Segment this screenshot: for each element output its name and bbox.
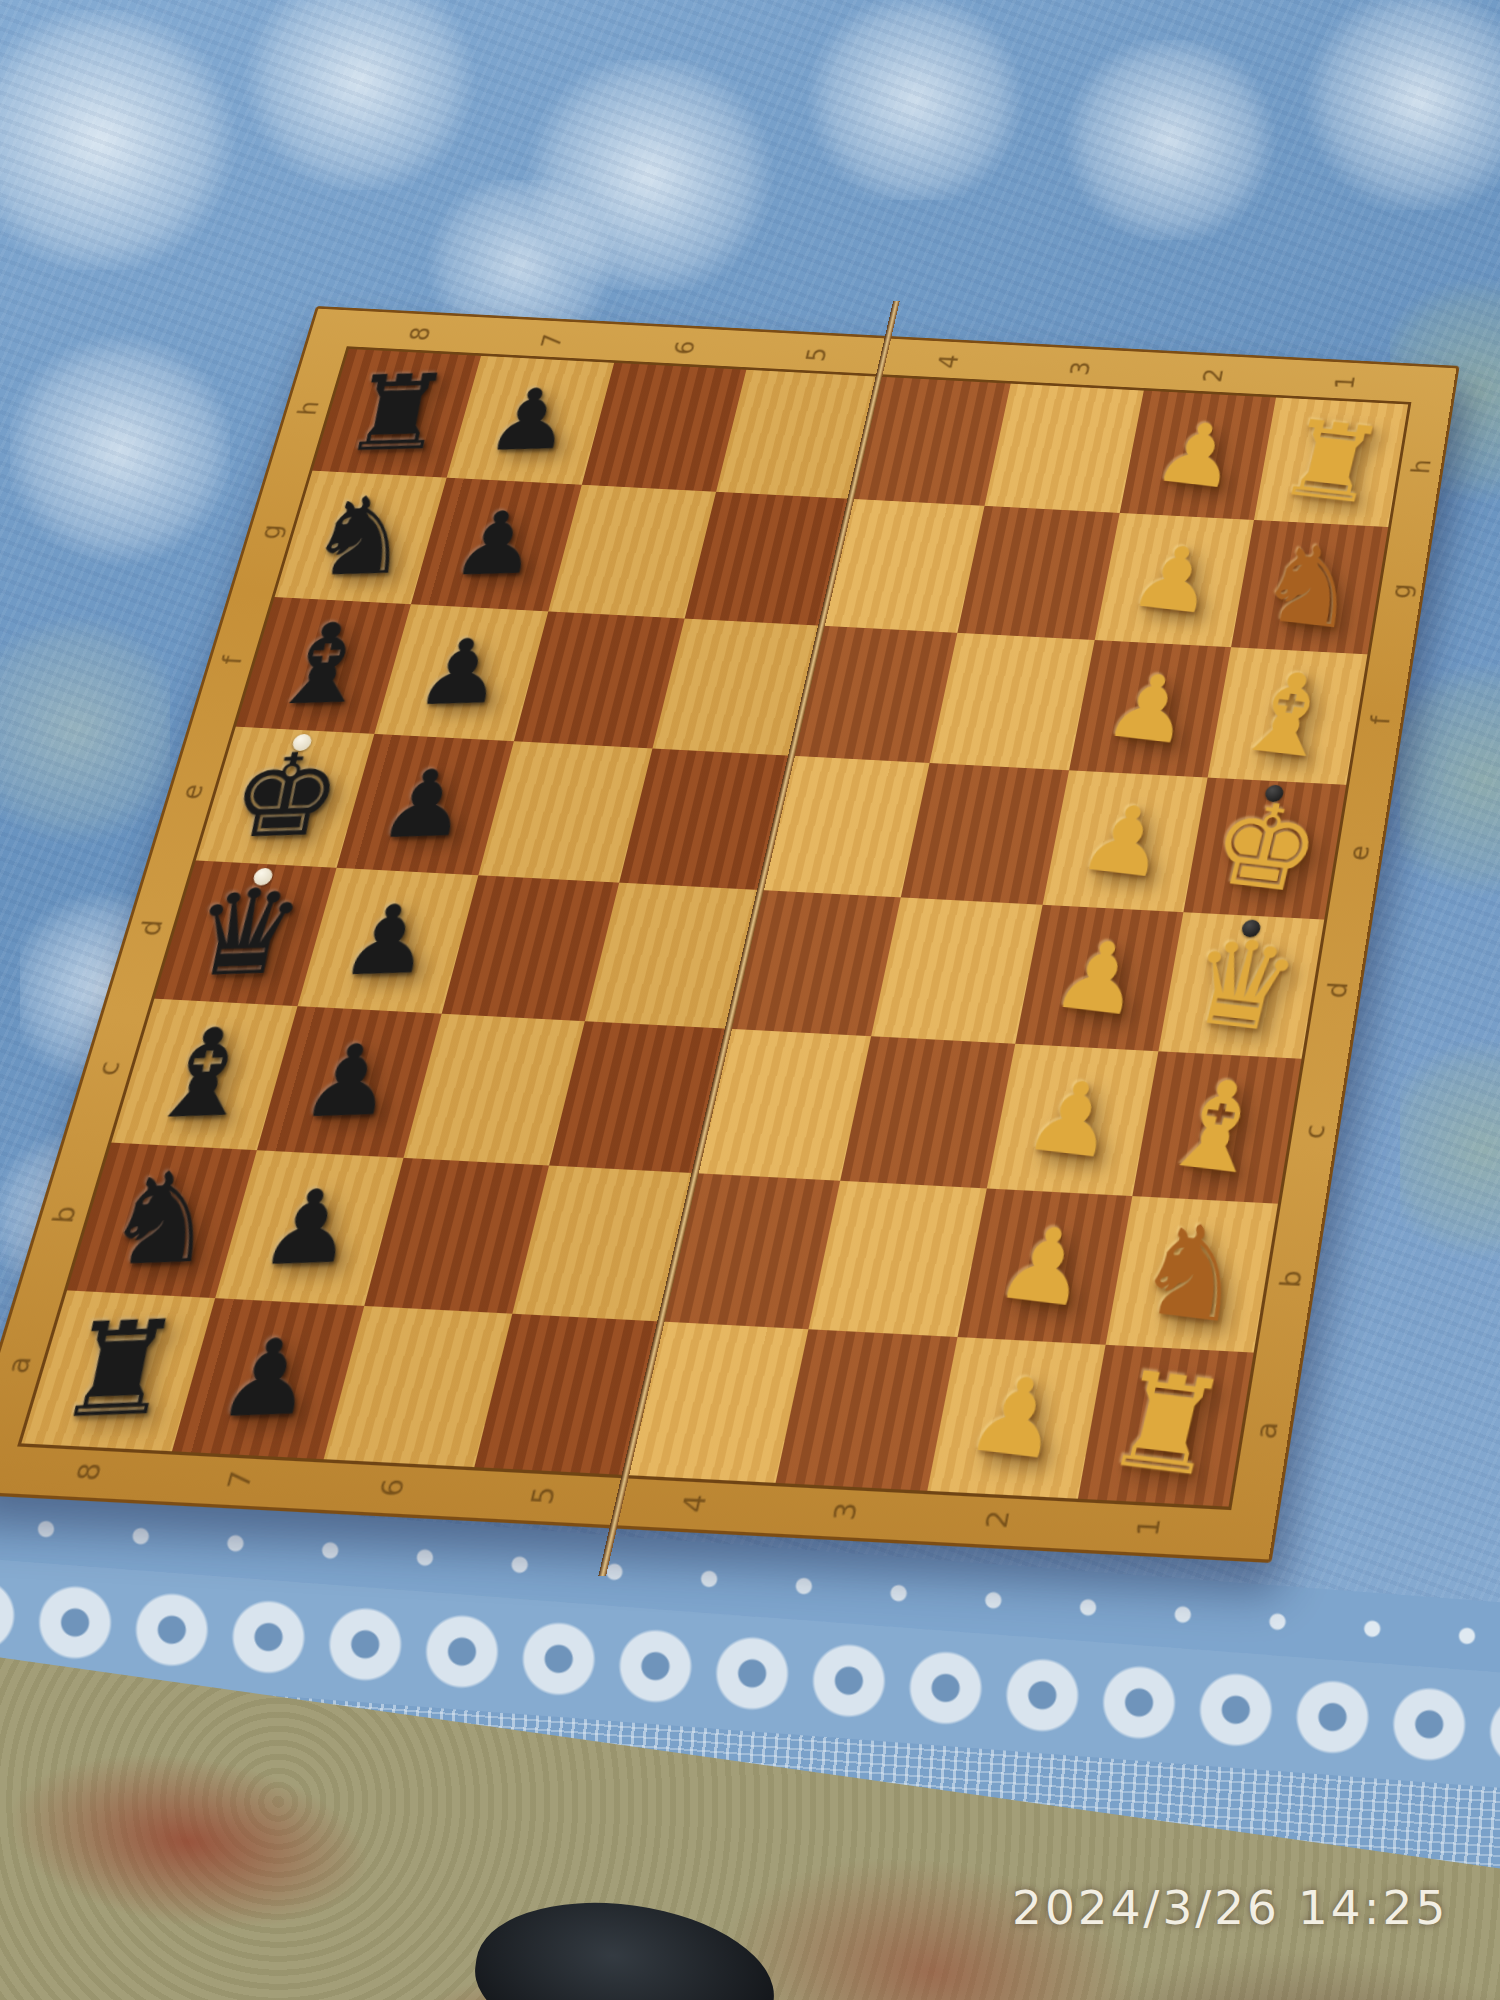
piece-white-pawn-a2[interactable]: ♟ (927, 1337, 1106, 1499)
rook-glyph: ♜ (1268, 405, 1394, 520)
square-a2[interactable]: ♟ (927, 1337, 1106, 1499)
piece-white-pawn-d2[interactable]: ♟ (1015, 905, 1183, 1052)
pawn-glyph: ♟ (481, 377, 579, 463)
pawn-glyph: ♟ (1016, 1065, 1129, 1174)
piece-white-king-e1[interactable]: ♚ (1183, 777, 1346, 919)
piece-white-rook-h1[interactable]: ♜ (1254, 398, 1408, 528)
knight-glyph: ♞ (298, 482, 424, 592)
square-c2[interactable]: ♟ (986, 1044, 1158, 1196)
rook-glyph: ♜ (335, 360, 459, 467)
piece-white-pawn-e2[interactable]: ♟ (1042, 770, 1207, 912)
pawn-glyph: ♟ (212, 1324, 326, 1433)
pawn-glyph: ♟ (1071, 790, 1180, 892)
piece-white-pawn-h2[interactable]: ♟ (1119, 391, 1276, 521)
square-d3[interactable] (871, 897, 1042, 1044)
square-d2[interactable]: ♟ (1015, 905, 1183, 1052)
piece-white-pawn-b2[interactable]: ♟ (957, 1188, 1132, 1345)
piece-white-knight-g1[interactable]: ♞ (1231, 520, 1388, 654)
queen-glyph: ♛ (1174, 920, 1309, 1051)
bishop-glyph: ♝ (259, 608, 388, 722)
bishop-glyph: ♝ (136, 1011, 273, 1137)
square-g2[interactable]: ♟ (1094, 513, 1253, 647)
square-b1[interactable]: ♞ (1105, 1196, 1278, 1353)
square-f3[interactable] (930, 632, 1094, 770)
rook-glyph: ♜ (47, 1303, 190, 1438)
camera-timestamp: 2024/3/26 14:25 (1012, 1880, 1448, 1935)
square-g3[interactable] (958, 506, 1119, 639)
piece-white-rook-a1[interactable]: ♜ (1078, 1345, 1254, 1507)
square-f1[interactable]: ♝ (1207, 647, 1367, 785)
square-f2[interactable]: ♟ (1069, 640, 1231, 778)
square-e3[interactable] (901, 763, 1069, 905)
pawn-glyph: ♟ (254, 1175, 365, 1280)
knight-glyph: ♞ (1246, 527, 1374, 646)
square-e1[interactable]: ♚ (1183, 777, 1346, 919)
scene: 87654321 87654321 hgfedcba hgfedcba ♜♟♟♜… (0, 0, 1500, 2000)
pawn-glyph: ♟ (1122, 532, 1227, 628)
queen-glyph: ♛ (179, 873, 313, 994)
pawn-glyph: ♟ (295, 1031, 404, 1133)
piece-white-pawn-g2[interactable]: ♟ (1094, 513, 1253, 647)
pawn-glyph: ♟ (987, 1210, 1102, 1323)
square-h1[interactable]: ♜ (1254, 398, 1408, 528)
square-d1[interactable]: ♛ (1158, 912, 1324, 1059)
square-h2[interactable]: ♟ (1119, 391, 1276, 521)
pawn-glyph: ♟ (1146, 409, 1249, 502)
square-c1[interactable]: ♝ (1132, 1052, 1301, 1204)
square-a1[interactable]: ♜ (1078, 1345, 1254, 1507)
piece-white-pawn-f2[interactable]: ♟ (1069, 640, 1231, 778)
pawn-glyph: ♟ (335, 891, 442, 989)
pawn-glyph: ♟ (958, 1359, 1076, 1476)
king-glyph: ♚ (1198, 785, 1331, 912)
pawn-glyph: ♟ (373, 757, 478, 852)
pawn-glyph: ♟ (410, 626, 512, 718)
bishop-glyph: ♝ (1222, 654, 1353, 777)
square-g1[interactable]: ♞ (1231, 520, 1388, 654)
king-glyph: ♚ (220, 738, 351, 855)
pawn-glyph: ♟ (1097, 659, 1204, 758)
piece-white-knight-b1[interactable]: ♞ (1105, 1196, 1278, 1353)
piece-white-bishop-f1[interactable]: ♝ (1207, 647, 1367, 785)
bishop-glyph: ♝ (1148, 1060, 1286, 1195)
piece-white-pawn-c2[interactable]: ♟ (986, 1044, 1158, 1196)
square-b3[interactable] (809, 1180, 987, 1336)
piece-white-queen-d1[interactable]: ♛ (1158, 912, 1324, 1059)
pawn-glyph: ♟ (1044, 925, 1155, 1031)
rook-glyph: ♜ (1094, 1353, 1238, 1497)
square-b2[interactable]: ♟ (957, 1188, 1132, 1345)
square-c3[interactable] (841, 1036, 1015, 1187)
knight-glyph: ♞ (1122, 1204, 1263, 1344)
pawn-glyph: ♟ (446, 500, 546, 589)
knight-glyph: ♞ (93, 1155, 233, 1285)
square-e2[interactable]: ♟ (1042, 770, 1207, 912)
piece-white-bishop-c1[interactable]: ♝ (1132, 1052, 1301, 1204)
